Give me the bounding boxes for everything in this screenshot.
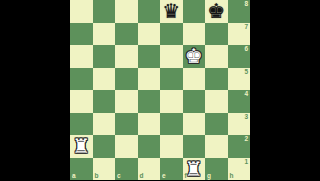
square-a3[interactable]	[70, 113, 93, 136]
square-a7[interactable]	[70, 23, 93, 46]
square-d1[interactable]: d	[138, 158, 161, 181]
square-g1[interactable]: g	[205, 158, 228, 181]
white-rook[interactable]: ♜	[72, 135, 90, 158]
file-label-g: g	[207, 172, 211, 180]
square-c2[interactable]	[115, 135, 138, 158]
square-g7[interactable]	[205, 23, 228, 46]
square-b5[interactable]	[93, 68, 116, 91]
file-label-a: a	[72, 172, 76, 180]
square-a5[interactable]	[70, 68, 93, 91]
square-c4[interactable]	[115, 90, 138, 113]
square-e4[interactable]	[160, 90, 183, 113]
square-d4[interactable]	[138, 90, 161, 113]
chess-app-stage: ♛♚87♚6543♜2abcdef♜g1h	[0, 0, 320, 180]
square-b8[interactable]	[93, 0, 116, 23]
square-a6[interactable]	[70, 45, 93, 68]
square-g6[interactable]	[205, 45, 228, 68]
square-c8[interactable]	[115, 0, 138, 23]
rank-label-7: 7	[244, 23, 248, 31]
square-d6[interactable]	[138, 45, 161, 68]
file-label-c: c	[117, 172, 121, 180]
square-c5[interactable]	[115, 68, 138, 91]
square-g5[interactable]	[205, 68, 228, 91]
square-c7[interactable]	[115, 23, 138, 46]
square-e6[interactable]	[160, 45, 183, 68]
rank-label-4: 4	[244, 90, 248, 98]
rank-label-2: 2	[244, 135, 248, 143]
square-e1[interactable]: e	[160, 158, 183, 181]
black-queen[interactable]: ♛	[162, 0, 180, 23]
square-b4[interactable]	[93, 90, 116, 113]
square-c6[interactable]	[115, 45, 138, 68]
file-label-h: h	[230, 172, 234, 180]
square-f3[interactable]	[183, 113, 206, 136]
square-e8[interactable]: ♛	[160, 0, 183, 23]
square-g8[interactable]: ♚	[205, 0, 228, 23]
file-label-d: d	[140, 172, 144, 180]
square-h1[interactable]: 1h	[228, 158, 251, 181]
square-d7[interactable]	[138, 23, 161, 46]
square-g4[interactable]	[205, 90, 228, 113]
square-b1[interactable]: b	[93, 158, 116, 181]
square-g3[interactable]	[205, 113, 228, 136]
rank-label-1: 1	[244, 158, 248, 166]
square-a8[interactable]	[70, 0, 93, 23]
square-f8[interactable]	[183, 0, 206, 23]
square-f1[interactable]: f♜	[183, 158, 206, 181]
square-g2[interactable]	[205, 135, 228, 158]
square-d3[interactable]	[138, 113, 161, 136]
square-h3[interactable]: 3	[228, 113, 251, 136]
square-c1[interactable]: c	[115, 158, 138, 181]
black-king[interactable]: ♚	[207, 0, 225, 23]
square-f4[interactable]	[183, 90, 206, 113]
square-h2[interactable]: 2	[228, 135, 251, 158]
rank-label-5: 5	[244, 68, 248, 76]
rank-label-3: 3	[244, 113, 248, 121]
square-h7[interactable]: 7	[228, 23, 251, 46]
square-h5[interactable]: 5	[228, 68, 251, 91]
square-a4[interactable]	[70, 90, 93, 113]
square-h8[interactable]: 8	[228, 0, 251, 23]
white-rook[interactable]: ♜	[185, 158, 203, 181]
square-e2[interactable]	[160, 135, 183, 158]
square-c3[interactable]	[115, 113, 138, 136]
file-label-e: e	[162, 172, 166, 180]
square-b6[interactable]	[93, 45, 116, 68]
square-a2[interactable]: ♜	[70, 135, 93, 158]
square-d8[interactable]	[138, 0, 161, 23]
square-d5[interactable]	[138, 68, 161, 91]
rank-label-8: 8	[244, 0, 248, 8]
chess-board: ♛♚87♚6543♜2abcdef♜g1h	[70, 0, 250, 180]
white-king[interactable]: ♚	[185, 45, 203, 68]
square-f6[interactable]: ♚	[183, 45, 206, 68]
square-f5[interactable]	[183, 68, 206, 91]
square-e3[interactable]	[160, 113, 183, 136]
square-b3[interactable]	[93, 113, 116, 136]
file-label-b: b	[95, 172, 99, 180]
square-b2[interactable]	[93, 135, 116, 158]
square-f2[interactable]	[183, 135, 206, 158]
rank-label-6: 6	[244, 45, 248, 53]
square-f7[interactable]	[183, 23, 206, 46]
square-b7[interactable]	[93, 23, 116, 46]
square-d2[interactable]	[138, 135, 161, 158]
square-e7[interactable]	[160, 23, 183, 46]
square-e5[interactable]	[160, 68, 183, 91]
square-h4[interactable]: 4	[228, 90, 251, 113]
square-h6[interactable]: 6	[228, 45, 251, 68]
square-a1[interactable]: a	[70, 158, 93, 181]
